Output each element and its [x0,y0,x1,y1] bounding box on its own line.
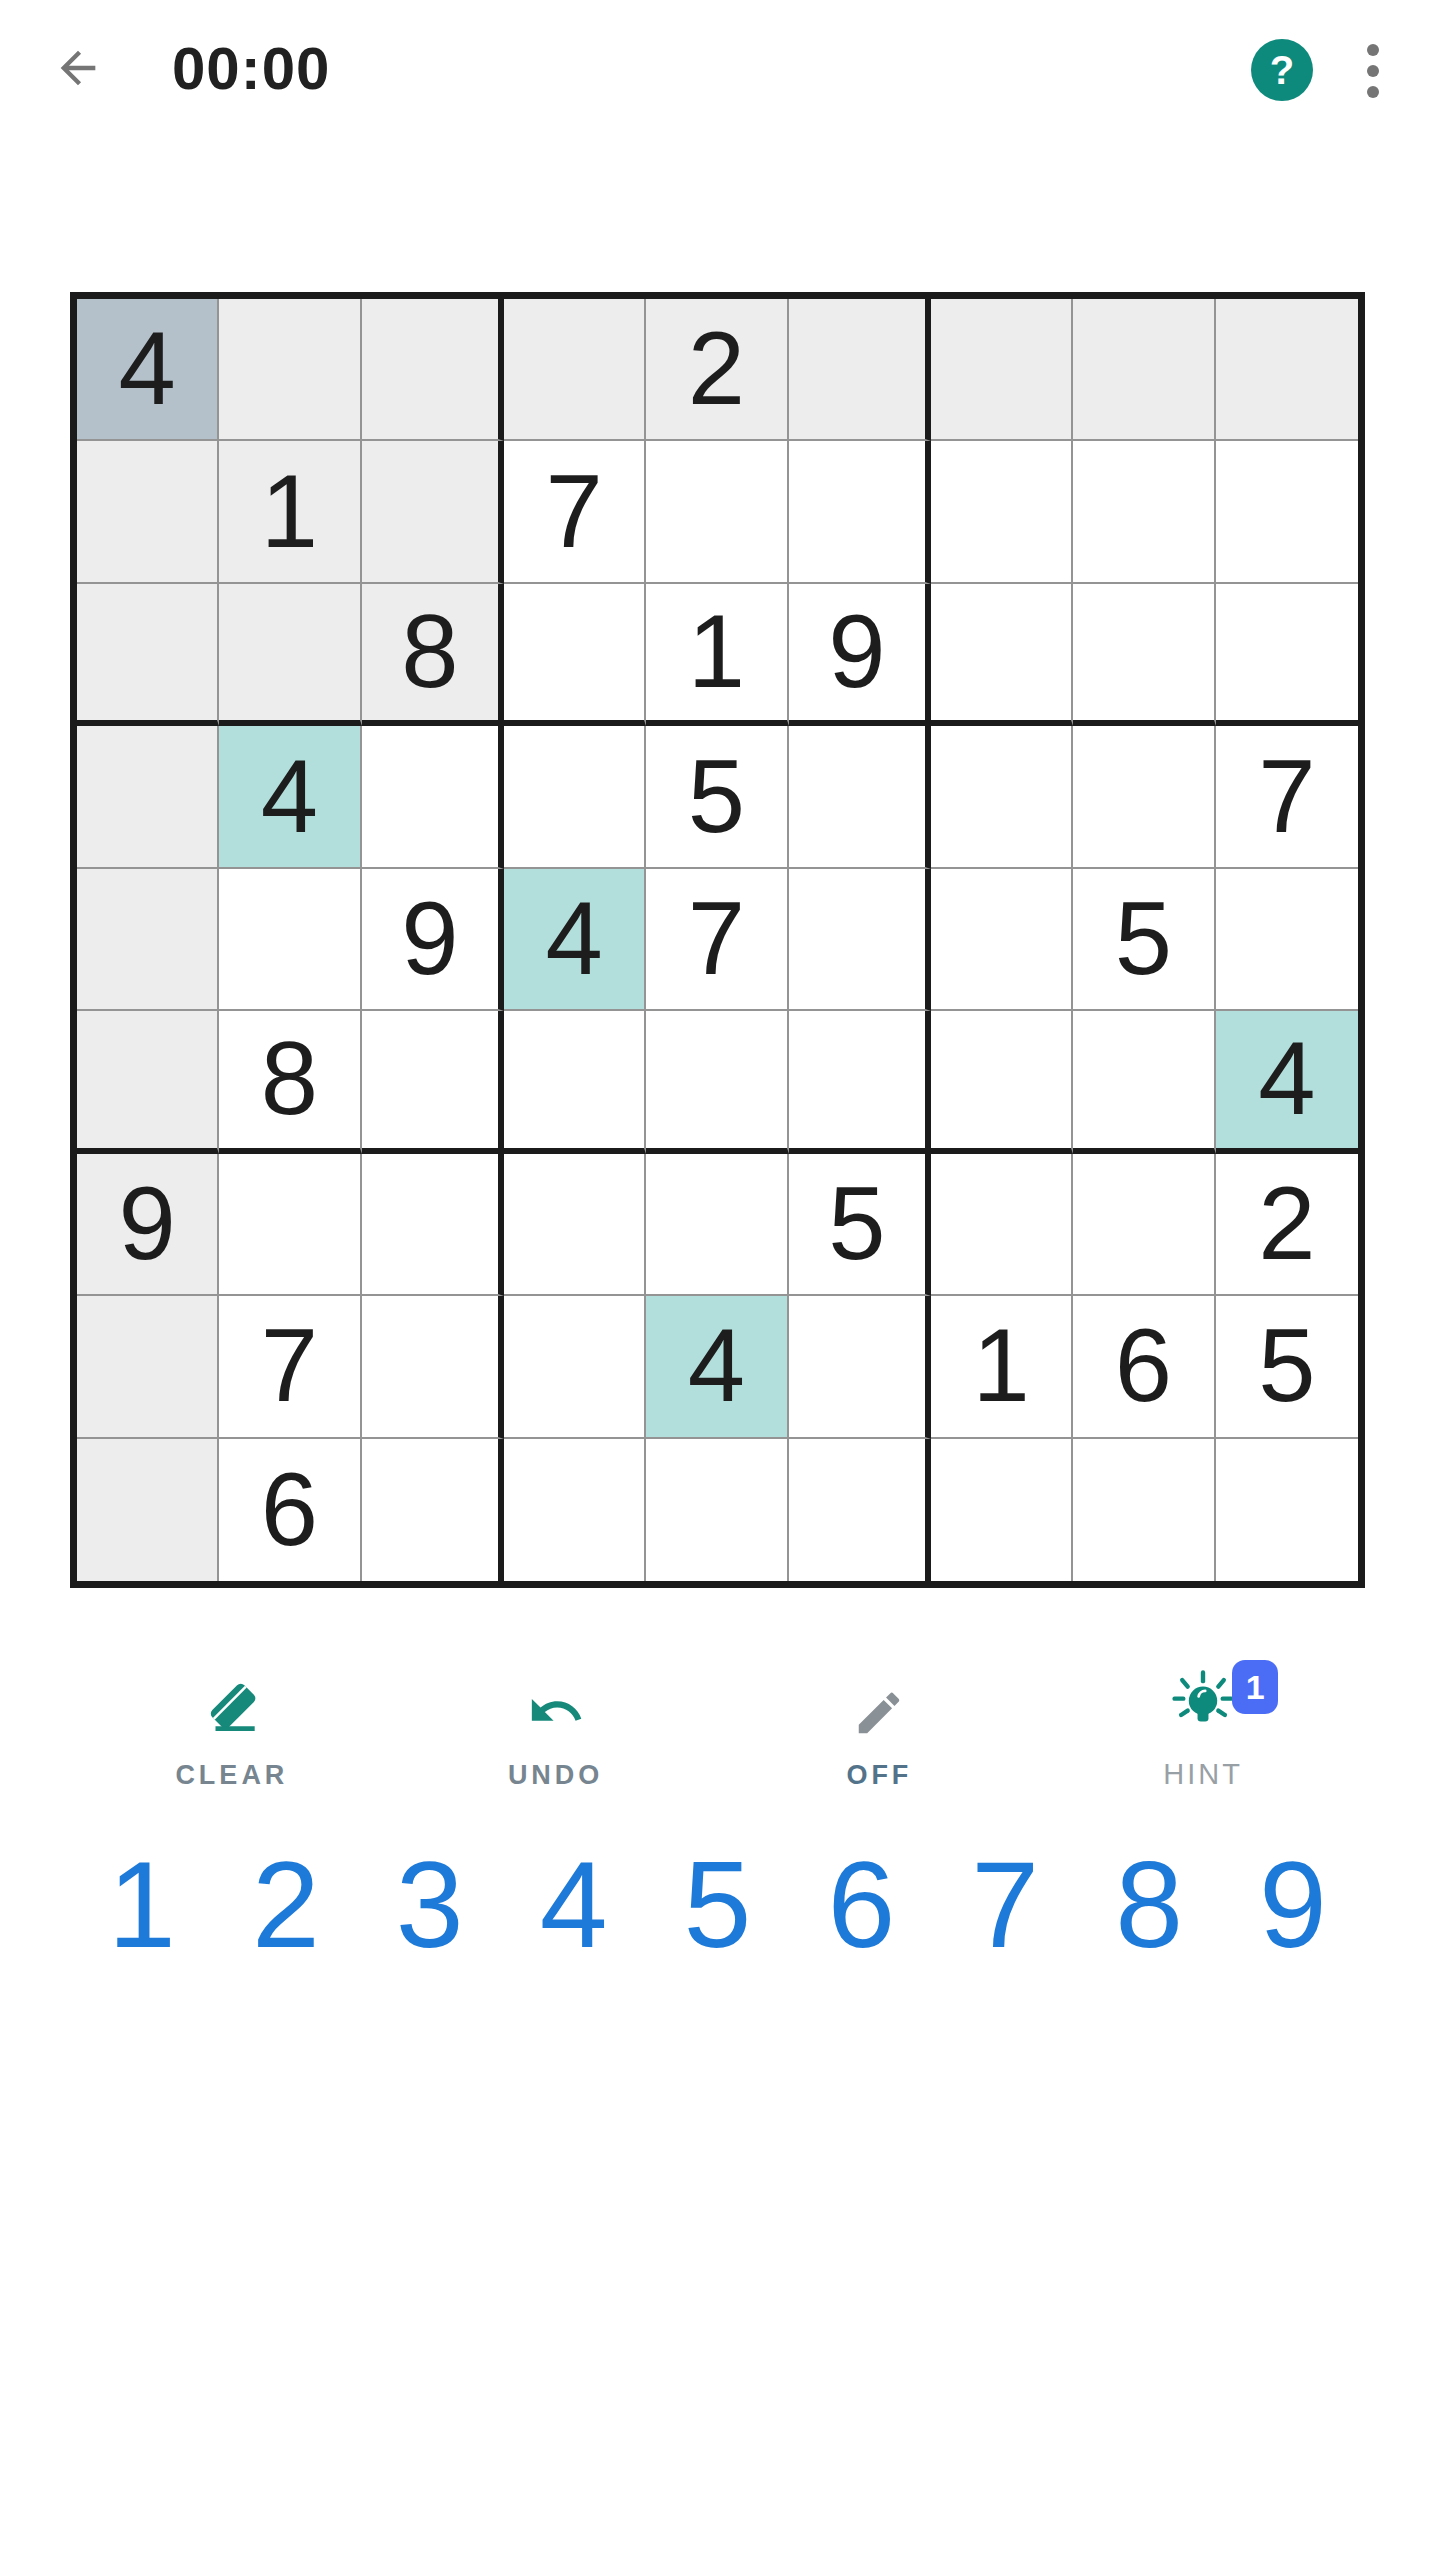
cell-r3c3[interactable]: 8 [362,584,504,726]
cell-r3c9[interactable] [1216,584,1358,726]
cell-r4c6[interactable] [789,726,931,868]
cell-r9c2[interactable]: 6 [219,1439,361,1581]
cell-r1c4[interactable] [504,299,646,441]
overflow-menu-button[interactable] [1360,40,1386,102]
cell-r3c1[interactable] [77,584,219,726]
cell-r5c9[interactable] [1216,869,1358,1011]
cell-r2c1[interactable] [77,441,219,583]
cell-r7c4[interactable] [504,1154,646,1296]
cell-r7c2[interactable] [219,1154,361,1296]
clear-label: CLEAR [175,1760,288,1791]
back-button[interactable] [50,42,106,98]
cell-r8c4[interactable] [504,1296,646,1438]
cell-r7c5[interactable] [646,1154,788,1296]
cell-r2c5[interactable] [646,441,788,583]
cell-r5c8[interactable]: 5 [1073,869,1215,1011]
cell-r8c1[interactable] [77,1296,219,1438]
cell-r7c3[interactable] [362,1154,504,1296]
cell-r5c2[interactable] [219,869,361,1011]
cell-r8c7[interactable]: 1 [931,1296,1073,1438]
cell-r6c8[interactable] [1073,1011,1215,1153]
undo-button[interactable]: UNDO [394,1630,718,1795]
cell-r7c8[interactable] [1073,1154,1215,1296]
cell-r9c6[interactable] [789,1439,931,1581]
cell-r3c5[interactable]: 1 [646,584,788,726]
cell-r5c6[interactable] [789,869,931,1011]
cell-r9c4[interactable] [504,1439,646,1581]
numpad: 123456789 [70,1815,1365,1995]
cell-r4c4[interactable] [504,726,646,868]
numpad-7[interactable]: 7 [933,1815,1077,1995]
cell-r3c2[interactable] [219,584,361,726]
cell-r1c3[interactable] [362,299,504,441]
toolbar: CLEAR UNDO OFF [70,1630,1365,1795]
cell-r2c3[interactable] [362,441,504,583]
cell-r2c8[interactable] [1073,441,1215,583]
cell-r3c4[interactable] [504,584,646,726]
cell-r9c1[interactable] [77,1439,219,1581]
cell-r2c6[interactable] [789,441,931,583]
hint-count-badge: 1 [1232,1660,1278,1714]
question-mark-icon: ? [1270,48,1294,93]
pencil-icon [852,1686,906,1744]
numpad-4[interactable]: 4 [502,1815,646,1995]
cell-r7c7[interactable] [931,1154,1073,1296]
cell-r5c5[interactable]: 7 [646,869,788,1011]
numpad-1[interactable]: 1 [70,1815,214,1995]
cell-r1c8[interactable] [1073,299,1215,441]
cell-r4c1[interactable] [77,726,219,868]
cell-r8c5[interactable]: 4 [646,1296,788,1438]
cell-r2c9[interactable] [1216,441,1358,583]
cell-r5c7[interactable] [931,869,1073,1011]
cell-r4c5[interactable]: 5 [646,726,788,868]
eraser-icon [199,1674,265,1744]
numpad-9[interactable]: 9 [1221,1815,1365,1995]
numpad-6[interactable]: 6 [789,1815,933,1995]
numpad-5[interactable]: 5 [646,1815,790,1995]
cell-r4c3[interactable] [362,726,504,868]
cell-r7c9[interactable]: 2 [1216,1154,1358,1296]
undo-arrow-icon [527,1682,585,1744]
back-arrow-icon [52,42,104,98]
menu-dot-icon [1367,86,1379,98]
cell-r8c9[interactable]: 5 [1216,1296,1358,1438]
cell-r1c9[interactable] [1216,299,1358,441]
cell-r7c1[interactable]: 9 [77,1154,219,1296]
cell-r6c7[interactable] [931,1011,1073,1153]
cell-r1c2[interactable] [219,299,361,441]
cell-r3c7[interactable] [931,584,1073,726]
cell-r5c1[interactable] [77,869,219,1011]
numpad-3[interactable]: 3 [358,1815,502,1995]
cell-r6c4[interactable] [504,1011,646,1153]
cell-r2c7[interactable] [931,441,1073,583]
hint-button[interactable]: 1 HINT [1041,1630,1365,1795]
menu-dot-icon [1367,65,1379,77]
cell-r6c5[interactable] [646,1011,788,1153]
sudoku-board: 4217819457947584952741656 [70,292,1365,1588]
cell-r1c6[interactable] [789,299,931,441]
cell-r3c6[interactable]: 9 [789,584,931,726]
cell-r2c4[interactable]: 7 [504,441,646,583]
help-button[interactable]: ? [1251,39,1313,101]
notes-toggle-button[interactable]: OFF [718,1630,1042,1795]
cell-r8c3[interactable] [362,1296,504,1438]
cell-r9c7[interactable] [931,1439,1073,1581]
numpad-8[interactable]: 8 [1077,1815,1221,1995]
lightbulb-icon [1168,1668,1238,1742]
menu-dot-icon [1367,44,1379,56]
cell-r2c2[interactable]: 1 [219,441,361,583]
notes-state-label: OFF [846,1760,912,1791]
cell-r8c6[interactable] [789,1296,931,1438]
undo-label: UNDO [508,1760,604,1791]
app-bar: 00:00 ? [0,0,1440,150]
cell-r6c9[interactable]: 4 [1216,1011,1358,1153]
game-timer: 00:00 [172,34,330,103]
cell-r1c7[interactable] [931,299,1073,441]
cell-r9c9[interactable] [1216,1439,1358,1581]
cell-r6c6[interactable] [789,1011,931,1153]
cell-r4c2[interactable]: 4 [219,726,361,868]
cell-r5c3[interactable]: 9 [362,869,504,1011]
cell-r9c5[interactable] [646,1439,788,1581]
cell-r7c6[interactable]: 5 [789,1154,931,1296]
cell-r9c3[interactable] [362,1439,504,1581]
cell-r4c7[interactable] [931,726,1073,868]
numpad-2[interactable]: 2 [214,1815,358,1995]
cell-r5c4[interactable]: 4 [504,869,646,1011]
cell-r1c5[interactable]: 2 [646,299,788,441]
hint-label: HINT [1163,1758,1243,1791]
cell-r4c9[interactable]: 7 [1216,726,1358,868]
cell-r8c8[interactable]: 6 [1073,1296,1215,1438]
cell-r6c2[interactable]: 8 [219,1011,361,1153]
cell-r1c1[interactable]: 4 [77,299,219,441]
clear-button[interactable]: CLEAR [70,1630,394,1795]
cell-r6c3[interactable] [362,1011,504,1153]
cell-r9c8[interactable] [1073,1439,1215,1581]
cell-r8c2[interactable]: 7 [219,1296,361,1438]
cell-r4c8[interactable] [1073,726,1215,868]
cell-r6c1[interactable] [77,1011,219,1153]
cell-r3c8[interactable] [1073,584,1215,726]
